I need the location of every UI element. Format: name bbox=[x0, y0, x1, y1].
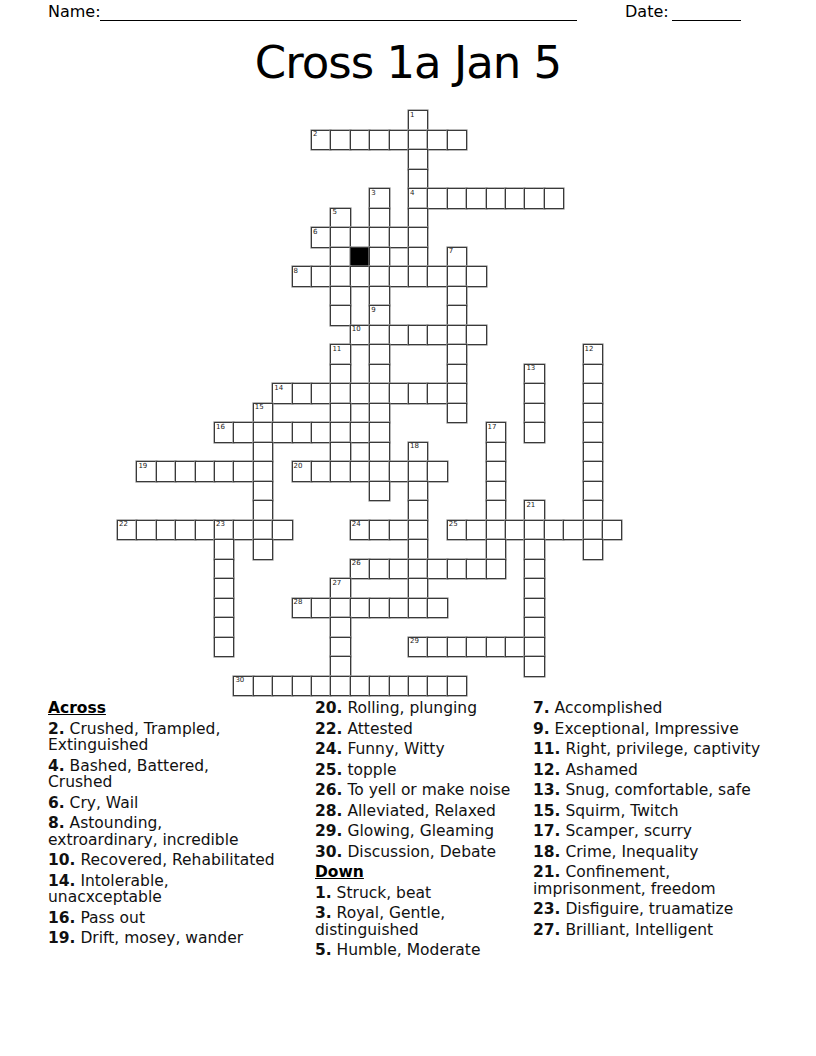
clue-item-number: 29. bbox=[315, 822, 342, 840]
grid-cell[interactable] bbox=[350, 676, 370, 697]
date-label: Date: bbox=[625, 2, 669, 21]
clue-item: 24. Funny, Witty bbox=[315, 741, 533, 758]
grid-cell[interactable] bbox=[486, 559, 506, 580]
grid-cell[interactable] bbox=[524, 598, 544, 619]
header-row: Name: Date: bbox=[48, 2, 768, 24]
grid-cell[interactable] bbox=[330, 676, 350, 697]
grid-cell[interactable] bbox=[214, 578, 234, 599]
clue-item-number: 11. bbox=[533, 740, 560, 758]
grid-cell[interactable] bbox=[253, 481, 273, 502]
grid-cell[interactable] bbox=[563, 520, 583, 541]
grid-cell[interactable] bbox=[427, 266, 447, 287]
grid-cell[interactable] bbox=[408, 208, 428, 229]
grid-cell[interactable] bbox=[369, 481, 389, 502]
grid-cell[interactable] bbox=[447, 364, 467, 385]
clue-item: 4. Bashed, Battered, Crushed bbox=[48, 758, 315, 791]
grid-cell[interactable] bbox=[350, 559, 370, 580]
clue-item: 3. Royal, Gentle, distinguished bbox=[315, 905, 533, 938]
grid-cell[interactable] bbox=[447, 286, 467, 307]
grid-cell[interactable] bbox=[175, 520, 195, 541]
grid-cell[interactable] bbox=[369, 266, 389, 287]
clue-item: 14. Intolerable, unacxceptable bbox=[48, 873, 315, 906]
clue-item-number: 9. bbox=[533, 720, 550, 738]
clue-item-number: 23. bbox=[533, 900, 560, 918]
clue-item: 11. Right, privilege, captivity bbox=[533, 741, 788, 758]
clue-item: 15. Squirm, Twitch bbox=[533, 803, 788, 820]
grid-cell[interactable] bbox=[583, 539, 603, 560]
grid-cell[interactable] bbox=[233, 422, 253, 443]
grid-cell[interactable] bbox=[583, 344, 603, 365]
grid-cell[interactable] bbox=[214, 598, 234, 619]
clue-item: 13. Snug, comfortable, safe bbox=[533, 782, 788, 799]
clue-item: 19. Drift, mosey, wander bbox=[48, 930, 315, 947]
grid-cell[interactable] bbox=[214, 617, 234, 638]
grid-cell[interactable] bbox=[408, 149, 428, 170]
grid-cell[interactable] bbox=[369, 422, 389, 443]
clue-item-number: 10. bbox=[48, 851, 75, 869]
grid-cell[interactable] bbox=[214, 559, 234, 580]
grid-cell[interactable] bbox=[369, 403, 389, 424]
grid-cell[interactable] bbox=[369, 383, 389, 404]
clue-item: 25. topple bbox=[315, 762, 533, 779]
clue-item-number: 14. bbox=[48, 872, 75, 890]
grid-cell[interactable] bbox=[466, 559, 486, 580]
grid-cell[interactable] bbox=[330, 637, 350, 658]
grid-cell[interactable] bbox=[330, 344, 350, 365]
grid-cell[interactable] bbox=[486, 188, 506, 209]
grid-cell[interactable] bbox=[369, 325, 389, 346]
grid-cell[interactable] bbox=[466, 188, 486, 209]
grid-cell[interactable] bbox=[505, 637, 525, 658]
clue-item-number: 26. bbox=[315, 781, 342, 799]
grid-cell[interactable] bbox=[583, 481, 603, 502]
grid-cell[interactable] bbox=[408, 676, 428, 697]
grid-cell[interactable] bbox=[330, 130, 350, 151]
grid-cell[interactable] bbox=[524, 403, 544, 424]
clue-item-number: 1. bbox=[315, 884, 332, 902]
grid-cell[interactable] bbox=[117, 520, 137, 541]
grid-cell[interactable] bbox=[524, 364, 544, 385]
grid-cell[interactable] bbox=[389, 461, 409, 482]
puzzle-title: Cross 1a Jan 5 bbox=[0, 36, 816, 89]
grid-cell[interactable] bbox=[408, 169, 428, 190]
grid-cell[interactable] bbox=[350, 520, 370, 541]
clue-item-number: 8. bbox=[48, 814, 65, 832]
grid-cell[interactable] bbox=[369, 520, 389, 541]
grid-cell[interactable] bbox=[583, 383, 603, 404]
grid-cell[interactable] bbox=[427, 325, 447, 346]
grid-cell[interactable] bbox=[524, 422, 544, 443]
grid-cell[interactable] bbox=[292, 598, 312, 619]
grid-cell[interactable] bbox=[486, 481, 506, 502]
grid-cell[interactable] bbox=[524, 539, 544, 560]
grid-cell[interactable] bbox=[311, 130, 331, 151]
grid-cell[interactable] bbox=[272, 422, 292, 443]
grid-cell[interactable] bbox=[330, 383, 350, 404]
grid-cell[interactable] bbox=[214, 520, 234, 541]
grid-cell[interactable] bbox=[311, 676, 331, 697]
grid-cell[interactable] bbox=[369, 442, 389, 463]
clue-item-number: 20. bbox=[315, 699, 342, 717]
grid-cell[interactable] bbox=[447, 559, 467, 580]
clue-column: 7. Accomplished9. Exceptional, Impressiv… bbox=[533, 700, 788, 963]
grid-cell[interactable] bbox=[330, 442, 350, 463]
black-cell bbox=[350, 247, 370, 268]
grid-cell[interactable] bbox=[447, 383, 467, 404]
grid-cell[interactable] bbox=[408, 539, 428, 560]
clue-item: 10. Recovered, Rehabilitated bbox=[48, 852, 315, 869]
clue-item-number: 24. bbox=[315, 740, 342, 758]
clue-item-number: 13. bbox=[533, 781, 560, 799]
clue-item: 20. Rolling, plunging bbox=[315, 700, 533, 717]
grid-cell[interactable] bbox=[602, 520, 622, 541]
clue-item-number: 21. bbox=[533, 863, 560, 881]
grid-cell[interactable] bbox=[447, 325, 467, 346]
grid-cell[interactable] bbox=[583, 520, 603, 541]
grid-cell[interactable] bbox=[233, 676, 253, 697]
grid-cell[interactable] bbox=[524, 637, 544, 658]
crossword-grid: 1234567891011121314151617181920212223242… bbox=[117, 110, 622, 696]
grid-cell[interactable] bbox=[447, 520, 467, 541]
grid-cell[interactable] bbox=[389, 227, 409, 248]
grid-cell[interactable] bbox=[292, 422, 312, 443]
grid-cell[interactable] bbox=[427, 461, 447, 482]
grid-cell[interactable] bbox=[311, 422, 331, 443]
grid-cell[interactable] bbox=[408, 578, 428, 599]
grid-cell[interactable] bbox=[486, 422, 506, 443]
clue-item-number: 5. bbox=[315, 941, 332, 959]
grid-cell[interactable] bbox=[369, 247, 389, 268]
grid-cell[interactable] bbox=[408, 325, 428, 346]
grid-cell[interactable] bbox=[253, 500, 273, 521]
grid-cell[interactable] bbox=[350, 325, 370, 346]
grid-cell[interactable] bbox=[389, 559, 409, 580]
clue-item-number: 3. bbox=[315, 904, 332, 922]
grid-cell[interactable] bbox=[447, 305, 467, 326]
grid-cell[interactable] bbox=[214, 539, 234, 560]
grid-cell[interactable] bbox=[350, 598, 370, 619]
clue-item: 9. Exceptional, Impressive bbox=[533, 721, 788, 738]
grid-cell[interactable] bbox=[369, 208, 389, 229]
grid-cell[interactable] bbox=[156, 461, 176, 482]
grid-cell[interactable] bbox=[272, 676, 292, 697]
grid-cell[interactable] bbox=[253, 676, 273, 697]
clue-item-number: 19. bbox=[48, 929, 75, 947]
grid-cell[interactable] bbox=[350, 461, 370, 482]
grid-cell[interactable] bbox=[214, 461, 234, 482]
clue-item-number: 15. bbox=[533, 802, 560, 820]
grid-cell[interactable] bbox=[524, 559, 544, 580]
clue-item-number: 28. bbox=[315, 802, 342, 820]
grid-cell[interactable] bbox=[427, 598, 447, 619]
grid-cell[interactable] bbox=[486, 637, 506, 658]
grid-cell[interactable] bbox=[292, 676, 312, 697]
grid-cell[interactable] bbox=[389, 676, 409, 697]
grid-cell[interactable] bbox=[330, 266, 350, 287]
grid-cell[interactable] bbox=[408, 559, 428, 580]
clue-item: 6. Cry, Wail bbox=[48, 795, 315, 812]
clue-item-number: 12. bbox=[533, 761, 560, 779]
grid-cell[interactable] bbox=[408, 442, 428, 463]
grid-cell[interactable] bbox=[292, 266, 312, 287]
grid-cell[interactable] bbox=[408, 247, 428, 268]
grid-cell[interactable] bbox=[330, 617, 350, 638]
grid-cell[interactable] bbox=[233, 520, 253, 541]
grid-cell[interactable] bbox=[369, 130, 389, 151]
grid-cell[interactable] bbox=[389, 520, 409, 541]
clue-item-number: 2. bbox=[48, 720, 65, 738]
clue-item-number: 16. bbox=[48, 909, 75, 927]
grid-cell[interactable] bbox=[175, 461, 195, 482]
clue-item: 17. Scamper, scurry bbox=[533, 823, 788, 840]
grid-cell[interactable] bbox=[466, 266, 486, 287]
grid-cell[interactable] bbox=[253, 539, 273, 560]
clue-item: 12. Ashamed bbox=[533, 762, 788, 779]
grid-cell[interactable] bbox=[272, 520, 292, 541]
grid-cell[interactable] bbox=[447, 188, 467, 209]
grid-cell[interactable] bbox=[408, 130, 428, 151]
grid-cell[interactable] bbox=[408, 188, 428, 209]
grid-cell[interactable] bbox=[369, 344, 389, 365]
grid-cell[interactable] bbox=[389, 266, 409, 287]
grid-cell[interactable] bbox=[447, 676, 467, 697]
clue-item: 26. To yell or make noise bbox=[315, 782, 533, 799]
clue-item: 29. Glowing, Gleaming bbox=[315, 823, 533, 840]
clue-item: 8. Astounding, extroardinary, incredible bbox=[48, 815, 315, 848]
grid-cell[interactable] bbox=[524, 617, 544, 638]
grid-cell[interactable] bbox=[466, 637, 486, 658]
grid-cell[interactable] bbox=[408, 227, 428, 248]
grid-cell[interactable] bbox=[369, 227, 389, 248]
grid-cell[interactable] bbox=[330, 598, 350, 619]
clue-column: Across2. Crushed, Trampled, Extinguished… bbox=[48, 700, 315, 963]
clue-item-number: 25. bbox=[315, 761, 342, 779]
grid-cell[interactable] bbox=[311, 598, 331, 619]
grid-cell[interactable] bbox=[408, 266, 428, 287]
grid-cell[interactable] bbox=[486, 500, 506, 521]
grid-cell[interactable] bbox=[466, 325, 486, 346]
grid-cell[interactable] bbox=[369, 559, 389, 580]
grid-cell[interactable] bbox=[195, 520, 215, 541]
grid-cell[interactable] bbox=[408, 500, 428, 521]
grid-cell[interactable] bbox=[486, 539, 506, 560]
grid-cell[interactable] bbox=[466, 520, 486, 541]
grid-cell[interactable] bbox=[330, 461, 350, 482]
grid-cell[interactable] bbox=[330, 656, 350, 677]
clue-column: 20. Rolling, plunging22. Attested24. Fun… bbox=[315, 700, 533, 963]
grid-cell[interactable] bbox=[408, 110, 428, 131]
grid-cell[interactable] bbox=[544, 188, 564, 209]
grid-cell[interactable] bbox=[427, 559, 447, 580]
grid-cell[interactable] bbox=[330, 364, 350, 385]
grid-cell[interactable] bbox=[330, 578, 350, 599]
grid-cell[interactable] bbox=[524, 188, 544, 209]
grid-cell[interactable] bbox=[583, 442, 603, 463]
clue-item: 28. Alleviated, Relaxed bbox=[315, 803, 533, 820]
grid-cell[interactable] bbox=[447, 403, 467, 424]
grid-cell[interactable] bbox=[369, 461, 389, 482]
grid-cell[interactable] bbox=[427, 637, 447, 658]
grid-cell[interactable] bbox=[369, 364, 389, 385]
grid-cell[interactable] bbox=[253, 422, 273, 443]
grid-cell[interactable] bbox=[583, 500, 603, 521]
grid-cell[interactable] bbox=[583, 403, 603, 424]
grid-cell[interactable] bbox=[447, 247, 467, 268]
grid-cell[interactable] bbox=[369, 676, 389, 697]
grid-cell[interactable] bbox=[330, 305, 350, 326]
name-blank bbox=[100, 20, 577, 21]
clue-item-number: 22. bbox=[315, 720, 342, 738]
grid-cell[interactable] bbox=[214, 637, 234, 658]
grid-cell[interactable] bbox=[136, 461, 156, 482]
grid-cell[interactable] bbox=[583, 422, 603, 443]
grid-cell[interactable] bbox=[253, 442, 273, 463]
clue-item: 16. Pass out bbox=[48, 910, 315, 927]
grid-cell[interactable] bbox=[311, 227, 331, 248]
clue-item: 22. Attested bbox=[315, 721, 533, 738]
clue-item: 30. Discussion, Debate bbox=[315, 844, 533, 861]
grid-cell[interactable] bbox=[447, 344, 467, 365]
grid-cell[interactable] bbox=[136, 520, 156, 541]
grid-cell[interactable] bbox=[408, 481, 428, 502]
grid-cell[interactable] bbox=[408, 637, 428, 658]
grid-cell[interactable] bbox=[583, 461, 603, 482]
grid-cell[interactable] bbox=[195, 461, 215, 482]
grid-cell[interactable] bbox=[330, 247, 350, 268]
grid-cell[interactable] bbox=[253, 520, 273, 541]
clue-item: 18. Crime, Inequality bbox=[533, 844, 788, 861]
grid-cell[interactable] bbox=[350, 227, 370, 248]
clue-item-number: 17. bbox=[533, 822, 560, 840]
grid-cell[interactable] bbox=[524, 656, 544, 677]
grid-cell[interactable] bbox=[369, 305, 389, 326]
grid-cell[interactable] bbox=[292, 383, 312, 404]
clue-item: 5. Humble, Moderate bbox=[315, 942, 533, 959]
clue-item: 27. Brilliant, Intelligent bbox=[533, 922, 788, 939]
grid-cell[interactable] bbox=[524, 383, 544, 404]
grid-cell[interactable] bbox=[330, 208, 350, 229]
grid-cell[interactable] bbox=[486, 461, 506, 482]
grid-cell[interactable] bbox=[427, 383, 447, 404]
grid-cell[interactable] bbox=[253, 403, 273, 424]
grid-cell[interactable] bbox=[350, 422, 370, 443]
grid-cell[interactable] bbox=[350, 266, 370, 287]
grid-cell[interactable] bbox=[427, 188, 447, 209]
across-heading: Across bbox=[48, 700, 315, 717]
grid-cell[interactable] bbox=[544, 520, 564, 541]
clue-item: 23. Disfiguire, truamatize bbox=[533, 901, 788, 918]
grid-cell[interactable] bbox=[330, 403, 350, 424]
name-label: Name: bbox=[48, 2, 101, 21]
grid-cell[interactable] bbox=[330, 227, 350, 248]
grid-cell[interactable] bbox=[427, 676, 447, 697]
grid-cell[interactable] bbox=[233, 461, 253, 482]
clue-item-number: 18. bbox=[533, 843, 560, 861]
grid-cell[interactable] bbox=[447, 130, 467, 151]
grid-cell[interactable] bbox=[311, 461, 331, 482]
grid-cell[interactable] bbox=[486, 520, 506, 541]
grid-cell[interactable] bbox=[408, 383, 428, 404]
grid-cell[interactable] bbox=[447, 266, 467, 287]
grid-cell[interactable] bbox=[486, 442, 506, 463]
clue-item: 7. Accomplished bbox=[533, 700, 788, 717]
grid-cell[interactable] bbox=[253, 461, 273, 482]
clue-item: 1. Struck, beat bbox=[315, 885, 533, 902]
grid-cell[interactable] bbox=[350, 130, 370, 151]
grid-cell[interactable] bbox=[369, 286, 389, 307]
grid-cell[interactable] bbox=[408, 598, 428, 619]
clue-area: Across2. Crushed, Trampled, Extinguished… bbox=[48, 700, 788, 963]
grid-cell[interactable] bbox=[369, 598, 389, 619]
grid-cell[interactable] bbox=[408, 461, 428, 482]
grid-cell[interactable] bbox=[214, 422, 234, 443]
grid-cell[interactable] bbox=[311, 383, 331, 404]
grid-cell[interactable] bbox=[427, 130, 447, 151]
grid-cell[interactable] bbox=[524, 578, 544, 599]
clue-item: 21. Confinement, imprisonment, freedom bbox=[533, 864, 788, 897]
grid-cell[interactable] bbox=[583, 364, 603, 385]
grid-cell[interactable] bbox=[156, 520, 176, 541]
worksheet-page: Name: Date: Cross 1a Jan 5 1234567891011… bbox=[0, 0, 816, 1056]
grid-cell[interactable] bbox=[330, 422, 350, 443]
clue-item-number: 6. bbox=[48, 794, 65, 812]
grid-cell[interactable] bbox=[408, 520, 428, 541]
grid-cell[interactable] bbox=[389, 325, 409, 346]
clue-item-number: 7. bbox=[533, 699, 550, 717]
clue-item-number: 27. bbox=[533, 921, 560, 939]
grid-cell[interactable] bbox=[350, 383, 370, 404]
grid-cell[interactable] bbox=[330, 286, 350, 307]
grid-cell[interactable] bbox=[389, 598, 409, 619]
grid-cell[interactable] bbox=[524, 520, 544, 541]
date-blank bbox=[672, 20, 741, 21]
grid-cell[interactable] bbox=[389, 130, 409, 151]
grid-cell[interactable] bbox=[369, 188, 389, 209]
clue-item-number: 30. bbox=[315, 843, 342, 861]
clue-item: 2. Crushed, Trampled, Extinguished bbox=[48, 721, 315, 754]
grid-cell[interactable] bbox=[447, 637, 467, 658]
clue-item-number: 4. bbox=[48, 757, 65, 775]
grid-cell[interactable] bbox=[292, 461, 312, 482]
grid-cell[interactable] bbox=[311, 266, 331, 287]
grid-cell[interactable] bbox=[272, 383, 292, 404]
grid-cell[interactable] bbox=[505, 520, 525, 541]
down-heading: Down bbox=[315, 864, 533, 881]
grid-cell[interactable] bbox=[389, 383, 409, 404]
grid-cell[interactable] bbox=[505, 188, 525, 209]
grid-cell[interactable] bbox=[524, 500, 544, 521]
